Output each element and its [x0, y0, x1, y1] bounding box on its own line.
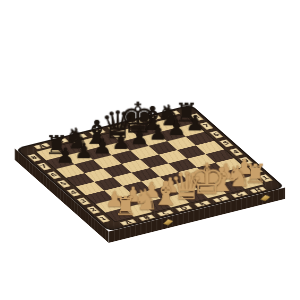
- brass-clasp-icon: [261, 194, 271, 203]
- chess-board: ABCDEFGH ABCDEFGH 87654321 87654321 ♜♞♝♛…: [15, 105, 285, 232]
- brass-clasp-icon: [163, 218, 173, 227]
- product-photo-chess-set: ABCDEFGH ABCDEFGH 87654321 87654321 ♜♞♝♛…: [0, 0, 300, 300]
